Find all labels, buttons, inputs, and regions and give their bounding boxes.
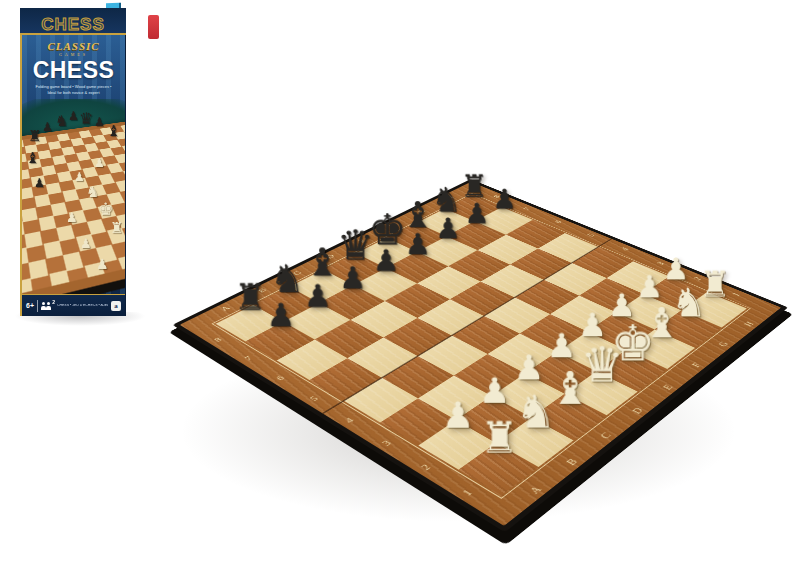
white-artwork-piece: ♞ [86, 185, 99, 200]
age-rating: 6+ [26, 302, 34, 309]
tagline-line-2: Ideal for both novice & expert [22, 90, 125, 96]
white-artwork-piece: ♚ [98, 201, 113, 218]
players-icon: 2 [41, 300, 54, 311]
box-title: CHESS [22, 59, 125, 82]
black-artwork-piece: ♝ [107, 124, 120, 139]
badge-classic-text: CLASSIC [22, 41, 125, 52]
players-count: 2 [52, 299, 55, 305]
black-artwork-piece: ♞ [55, 114, 68, 129]
white-artwork-piece: ♟ [66, 211, 78, 224]
black-pawn: ♟ [249, 287, 311, 341]
black-artwork-piece: ♛ [79, 111, 93, 127]
white-artwork-piece: ♜ [110, 221, 123, 236]
classic-games-badge: CLASSIC GAMES [22, 41, 125, 57]
box-flap-title: CHESS [41, 15, 105, 35]
white-artwork-piece: ♟ [96, 257, 109, 271]
white-artwork-piece: ♟ [74, 171, 85, 183]
black-artwork-piece: ♟ [42, 121, 53, 133]
box-artwork: ♜♟♞♟♛♟♝♝♟♟♟♞♚♟♜♟♟ [22, 99, 125, 294]
white-artwork-piece: ♟ [94, 157, 105, 169]
languages-text: CHESS • JEU D'ÉCHECS • AJEDREZ • SCHACH … [57, 304, 108, 308]
white-artwork-piece: ♟ [80, 237, 92, 250]
box-info-strip: 6+ 2 CHESS • JEU D'ÉCHECS • AJEDREZ • SC… [22, 294, 125, 316]
strip-divider [37, 300, 38, 312]
black-artwork-piece: ♜ [28, 129, 41, 144]
product-box: CHESS CLASSIC GAMES CHESS Folding game b… [20, 8, 126, 316]
brand-logo: a [111, 301, 121, 311]
black-artwork-piece: ♝ [26, 151, 39, 166]
black-artwork-piece: ♟ [34, 177, 45, 189]
box-front-face: CLASSIC GAMES CHESS Folding game board •… [20, 35, 126, 316]
box-top-flap: CHESS [20, 8, 126, 35]
white-rook: ♜ [463, 406, 535, 469]
red-hang-tab [148, 15, 159, 39]
person-icon [46, 306, 51, 310]
black-artwork-piece: ♟ [94, 116, 105, 128]
box-tagline: Folding game board • Wood game pieces • … [22, 84, 125, 96]
black-artwork-piece: ♟ [68, 110, 79, 122]
